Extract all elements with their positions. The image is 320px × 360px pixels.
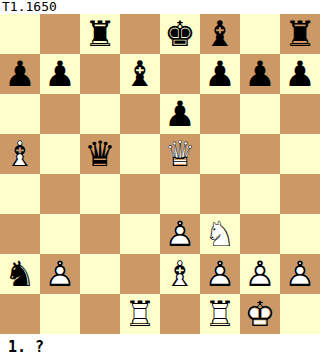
square-b2[interactable]: ♟♙	[40, 254, 80, 294]
piece-outline-layer: ♖	[120, 294, 160, 334]
square-f5[interactable]	[200, 134, 240, 174]
piece-outline-layer: ♙	[280, 254, 320, 294]
piece-white-pawn: ♟♙	[240, 254, 280, 294]
square-b1[interactable]	[40, 294, 80, 334]
square-a5[interactable]: ♝♗	[0, 134, 40, 174]
piece-glyph: ♟	[40, 54, 80, 94]
square-c6[interactable]	[80, 94, 120, 134]
piece-black-queen: ♛	[80, 134, 120, 174]
piece-black-pawn: ♟	[200, 54, 240, 94]
square-g7[interactable]: ♟	[240, 54, 280, 94]
square-b8[interactable]	[40, 14, 80, 54]
square-h5[interactable]	[280, 134, 320, 174]
piece-white-bishop: ♝♗	[0, 134, 40, 174]
piece-black-bishop: ♝	[120, 54, 160, 94]
square-e4[interactable]	[160, 174, 200, 214]
square-c8[interactable]: ♜	[80, 14, 120, 54]
square-g3[interactable]	[240, 214, 280, 254]
square-h8[interactable]: ♜	[280, 14, 320, 54]
piece-outline-layer: ♙	[160, 214, 200, 254]
piece-black-rook: ♜	[80, 14, 120, 54]
square-b5[interactable]	[40, 134, 80, 174]
piece-glyph: ♟	[240, 54, 280, 94]
square-d3[interactable]	[120, 214, 160, 254]
move-prompt: 1. ?	[8, 337, 44, 357]
square-b6[interactable]	[40, 94, 80, 134]
square-h1[interactable]	[280, 294, 320, 334]
square-d4[interactable]	[120, 174, 160, 214]
piece-outline-layer: ♔	[240, 294, 280, 334]
square-d8[interactable]	[120, 14, 160, 54]
square-g1[interactable]: ♚♔	[240, 294, 280, 334]
square-g6[interactable]	[240, 94, 280, 134]
piece-glyph: ♟	[160, 94, 200, 134]
piece-white-king: ♚♔	[240, 294, 280, 334]
piece-white-rook: ♜♖	[200, 294, 240, 334]
square-h6[interactable]	[280, 94, 320, 134]
square-e1[interactable]	[160, 294, 200, 334]
piece-outline-layer: ♖	[200, 294, 240, 334]
square-e8[interactable]: ♚	[160, 14, 200, 54]
piece-white-pawn: ♟♙	[160, 214, 200, 254]
piece-black-pawn: ♟	[160, 94, 200, 134]
piece-outline-layer: ♙	[240, 254, 280, 294]
puzzle-id: T1.1650	[2, 0, 57, 14]
square-f7[interactable]: ♟	[200, 54, 240, 94]
piece-black-pawn: ♟	[0, 54, 40, 94]
square-c4[interactable]	[80, 174, 120, 214]
square-e7[interactable]	[160, 54, 200, 94]
square-b3[interactable]	[40, 214, 80, 254]
piece-outline-layer: ♙	[200, 254, 240, 294]
chess-board: ♜♚♝♜♟♟♝♟♟♟♟♝♗♛♛♕♟♙♞♘♞♟♙♝♗♟♙♟♙♟♙♜♖♜♖♚♔	[0, 14, 320, 334]
square-e3[interactable]: ♟♙	[160, 214, 200, 254]
piece-black-pawn: ♟	[240, 54, 280, 94]
piece-outline-layer: ♕	[160, 134, 200, 174]
square-c5[interactable]: ♛	[80, 134, 120, 174]
square-h7[interactable]: ♟	[280, 54, 320, 94]
square-a4[interactable]	[0, 174, 40, 214]
square-a3[interactable]	[0, 214, 40, 254]
square-h4[interactable]	[280, 174, 320, 214]
square-h3[interactable]	[280, 214, 320, 254]
square-a1[interactable]	[0, 294, 40, 334]
title-bar: T1.1650	[0, 0, 320, 14]
square-d1[interactable]: ♜♖	[120, 294, 160, 334]
piece-white-queen: ♛♕	[160, 134, 200, 174]
piece-black-bishop: ♝	[200, 14, 240, 54]
piece-glyph: ♛	[80, 134, 120, 174]
square-e5[interactable]: ♛♕	[160, 134, 200, 174]
piece-black-pawn: ♟	[280, 54, 320, 94]
piece-white-pawn: ♟♙	[200, 254, 240, 294]
piece-glyph: ♝	[120, 54, 160, 94]
square-f3[interactable]: ♞♘	[200, 214, 240, 254]
square-f8[interactable]: ♝	[200, 14, 240, 54]
square-g8[interactable]	[240, 14, 280, 54]
square-f4[interactable]	[200, 174, 240, 214]
piece-white-pawn: ♟♙	[280, 254, 320, 294]
piece-glyph: ♚	[160, 14, 200, 54]
piece-white-rook: ♜♖	[120, 294, 160, 334]
square-f2[interactable]: ♟♙	[200, 254, 240, 294]
piece-white-pawn: ♟♙	[40, 254, 80, 294]
square-b7[interactable]: ♟	[40, 54, 80, 94]
piece-black-rook: ♜	[280, 14, 320, 54]
piece-outline-layer: ♙	[40, 254, 80, 294]
square-a2[interactable]: ♞	[0, 254, 40, 294]
square-a7[interactable]: ♟	[0, 54, 40, 94]
square-f6[interactable]	[200, 94, 240, 134]
square-f1[interactable]: ♜♖	[200, 294, 240, 334]
piece-white-bishop: ♝♗	[160, 254, 200, 294]
square-a8[interactable]	[0, 14, 40, 54]
piece-glyph: ♟	[280, 54, 320, 94]
square-c7[interactable]	[80, 54, 120, 94]
piece-glyph: ♜	[80, 14, 120, 54]
square-c1[interactable]	[80, 294, 120, 334]
piece-white-knight: ♞♘	[200, 214, 240, 254]
piece-outline-layer: ♗	[160, 254, 200, 294]
square-c3[interactable]	[80, 214, 120, 254]
square-d6[interactable]	[120, 94, 160, 134]
square-h2[interactable]: ♟♙	[280, 254, 320, 294]
piece-glyph: ♜	[280, 14, 320, 54]
square-d2[interactable]	[120, 254, 160, 294]
square-e6[interactable]: ♟	[160, 94, 200, 134]
square-c2[interactable]	[80, 254, 120, 294]
square-d5[interactable]	[120, 134, 160, 174]
piece-glyph: ♟	[0, 54, 40, 94]
piece-outline-layer: ♗	[0, 134, 40, 174]
piece-black-king: ♚	[160, 14, 200, 54]
piece-glyph: ♟	[200, 54, 240, 94]
square-e2[interactable]: ♝♗	[160, 254, 200, 294]
piece-black-knight: ♞	[0, 254, 40, 294]
square-g2[interactable]: ♟♙	[240, 254, 280, 294]
piece-glyph: ♝	[200, 14, 240, 54]
square-g5[interactable]	[240, 134, 280, 174]
move-prompt-bar: 1. ?	[0, 334, 320, 360]
piece-black-pawn: ♟	[40, 54, 80, 94]
square-d7[interactable]: ♝	[120, 54, 160, 94]
piece-outline-layer: ♘	[200, 214, 240, 254]
square-b4[interactable]	[40, 174, 80, 214]
piece-glyph: ♞	[0, 254, 40, 294]
square-a6[interactable]	[0, 94, 40, 134]
square-g4[interactable]	[240, 174, 280, 214]
